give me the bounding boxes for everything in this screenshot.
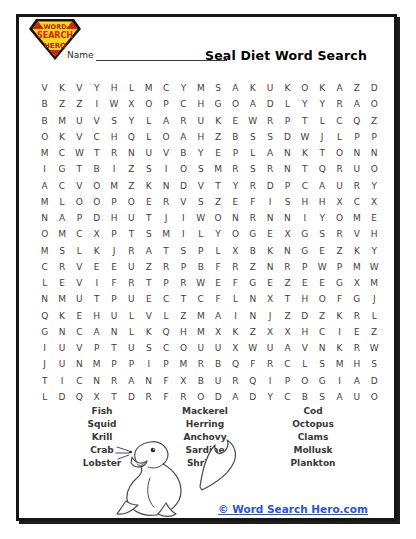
grid-cell: R: [175, 275, 192, 291]
grid-cell: K: [331, 308, 348, 324]
grid-cell: I: [296, 210, 313, 226]
grid-cell: B: [88, 161, 105, 177]
grid-cell: Q: [71, 389, 88, 405]
grid-cell: H: [296, 291, 313, 307]
grid-cell: Z: [244, 324, 261, 340]
grid-cell: N: [261, 259, 278, 275]
grid-cell: L: [296, 356, 313, 372]
grid-cell: U: [53, 356, 70, 372]
grid-cell: B: [209, 356, 226, 372]
grid-cell: L: [36, 275, 53, 291]
grid-cell: B: [36, 96, 53, 112]
grid-cell: P: [279, 113, 296, 129]
grid-cell: R: [279, 259, 296, 275]
grid-cell: P: [192, 243, 209, 259]
grid-cell: U: [261, 340, 278, 356]
grid-cell: P: [105, 291, 122, 307]
grid-cell: F: [244, 194, 261, 210]
grid-cell: A: [244, 96, 261, 112]
grid-cell: J: [314, 129, 331, 145]
grid-cell: V: [71, 129, 88, 145]
grid-cell: F: [331, 291, 348, 307]
grid-cell: Z: [123, 161, 140, 177]
grid-cell: R: [261, 113, 278, 129]
grid-cell: Y: [227, 178, 244, 194]
grid-cell: K: [209, 113, 226, 129]
grid-cell: Z: [140, 259, 157, 275]
grid-cell: O: [209, 210, 226, 226]
grid-cell: Y: [209, 226, 226, 242]
grid-cell: O: [227, 96, 244, 112]
grid-cell: X: [279, 324, 296, 340]
grid-cell: M: [53, 226, 70, 242]
grid-cell: E: [140, 194, 157, 210]
grid-cell: S: [314, 356, 331, 372]
grid-cell: S: [244, 129, 261, 145]
grid-cell: C: [53, 178, 70, 194]
grid-cell: I: [331, 373, 348, 389]
grid-cell: Y: [366, 178, 383, 194]
seal-eye-glint: [153, 448, 155, 450]
grid-cell: Y: [314, 210, 331, 226]
grid-cell: D: [296, 308, 313, 324]
grid-cell: L: [140, 129, 157, 145]
grid-cell: Q: [348, 113, 365, 129]
grid-cell: N: [53, 324, 70, 340]
seal-whiskers: [116, 447, 129, 459]
grid-cell: C: [348, 194, 365, 210]
grid-cell: K: [279, 80, 296, 96]
grid-cell: W: [192, 210, 209, 226]
grid-cell: D: [261, 96, 278, 112]
puzzle-title: Seal Diet Word Search: [205, 48, 367, 63]
grid-cell: C: [71, 226, 88, 242]
grid-cell: R: [331, 161, 348, 177]
grid-cell: O: [88, 178, 105, 194]
grid-cell: I: [36, 340, 53, 356]
grid-cell: U: [71, 291, 88, 307]
grid-cell: U: [348, 161, 365, 177]
grid-cell: K: [53, 80, 70, 96]
grid-cell: L: [157, 308, 174, 324]
grid-cell: V: [140, 308, 157, 324]
grid-cell: L: [140, 113, 157, 129]
grid-cell: H: [296, 194, 313, 210]
grid-cell: X: [227, 243, 244, 259]
word-list-column-3: CodOctopusClamsMolluskPlankton: [258, 405, 368, 470]
grid-cell: R: [348, 308, 365, 324]
grid-cell: M: [157, 226, 174, 242]
grid-cell: V: [71, 275, 88, 291]
grid-cell: K: [140, 178, 157, 194]
grid-cell: E: [209, 145, 226, 161]
grid-cell: X: [175, 373, 192, 389]
grid-cell: W: [71, 145, 88, 161]
grid-cell: B: [296, 389, 313, 405]
grid-cell: L: [279, 96, 296, 112]
grid-cell: R: [348, 178, 365, 194]
grid-cell: P: [123, 356, 140, 372]
grid-cell: N: [36, 291, 53, 307]
grid-cell: G: [348, 291, 365, 307]
grid-cell: C: [157, 340, 174, 356]
grid-cell: K: [296, 145, 313, 161]
grid-cell: H: [348, 356, 365, 372]
grid-cell: R: [227, 259, 244, 275]
grid-cell: A: [88, 324, 105, 340]
name-label: Name: [67, 50, 94, 60]
grid-cell: H: [105, 129, 122, 145]
grid-cell: O: [366, 96, 383, 112]
grid-cell: X: [227, 340, 244, 356]
grid-cell: H: [105, 210, 122, 226]
grid-cell: G: [296, 243, 313, 259]
grid-cell: Z: [244, 259, 261, 275]
grid-cell: B: [227, 129, 244, 145]
grid-cell: M: [331, 356, 348, 372]
grid-cell: C: [279, 389, 296, 405]
grid-cell: O: [296, 80, 313, 96]
grid-cell: O: [71, 194, 88, 210]
grid-cell: R: [244, 210, 261, 226]
grid-cell: A: [53, 210, 70, 226]
grid-cell: M: [53, 113, 70, 129]
grid-cell: S: [105, 113, 122, 129]
grid-cell: N: [314, 340, 331, 356]
grid-cell: O: [36, 129, 53, 145]
grid-cell: N: [227, 210, 244, 226]
grid-cell: C: [175, 96, 192, 112]
grid-cell: U: [123, 210, 140, 226]
grid-cell: D: [366, 373, 383, 389]
grid-cell: Q: [244, 373, 261, 389]
grid-cell: J: [366, 291, 383, 307]
grid-cell: U: [209, 340, 226, 356]
grid-cell: N: [366, 145, 383, 161]
grid-cell: G: [314, 373, 331, 389]
grid-cell: L: [244, 145, 261, 161]
grid-cell: U: [123, 340, 140, 356]
grid-cell: H: [192, 129, 209, 145]
grid-cell: T: [88, 145, 105, 161]
grid-cell: C: [53, 145, 70, 161]
grid-cell: A: [348, 96, 365, 112]
grid-cell: A: [227, 80, 244, 96]
grid-cell: Y: [261, 389, 278, 405]
grid-cell: X: [348, 275, 365, 291]
grid-cell: D: [175, 178, 192, 194]
grid-cell: D: [279, 129, 296, 145]
grid-cell: Y: [366, 243, 383, 259]
grid-cell: Q: [36, 308, 53, 324]
grid-cell: U: [123, 291, 140, 307]
grid-cell: R: [331, 226, 348, 242]
grid-cell: N: [105, 324, 122, 340]
grid-cell: T: [296, 113, 313, 129]
grid-cell: R: [53, 259, 70, 275]
grid-cell: P: [71, 210, 88, 226]
grid-cell: Z: [366, 113, 383, 129]
grid-cell: A: [227, 389, 244, 405]
grid-cell: D: [88, 210, 105, 226]
grid-cell: J: [105, 243, 122, 259]
grid-cell: R: [192, 356, 209, 372]
footer-link[interactable]: © Word Search Hero.com: [218, 503, 368, 515]
grid-cell: D: [366, 80, 383, 96]
grid-cell: L: [53, 194, 70, 210]
grid-cell: L: [209, 243, 226, 259]
grid-cell: L: [123, 308, 140, 324]
grid-cell: M: [192, 308, 209, 324]
grid-cell: K: [227, 324, 244, 340]
grid-cell: H: [314, 194, 331, 210]
grid-cell: E: [140, 291, 157, 307]
logo-text-hero: HERO: [44, 42, 66, 50]
grid-cell: F: [209, 291, 226, 307]
grid-cell: T: [123, 226, 140, 242]
grid-cell: P: [366, 129, 383, 145]
grid-cell: C: [192, 291, 209, 307]
grid-cell: W: [244, 113, 261, 129]
grid-cell: S: [192, 194, 209, 210]
grid-cell: C: [157, 80, 174, 96]
grid-cell: C: [157, 291, 174, 307]
grid-cell: P: [279, 373, 296, 389]
grid-cell: O: [36, 226, 53, 242]
grid-cell: C: [314, 324, 331, 340]
grid-cell: Y: [88, 80, 105, 96]
grid-cell: U: [192, 340, 209, 356]
grid-cell: Y: [296, 96, 313, 112]
grid-cell: Z: [71, 96, 88, 112]
grid-cell: N: [88, 373, 105, 389]
grid-cell: E: [314, 275, 331, 291]
grid-cell: S: [175, 243, 192, 259]
word-list-item: Clams: [258, 431, 368, 444]
grid-cell: T: [296, 161, 313, 177]
grid-cell: O: [192, 389, 209, 405]
grid-cell: O: [157, 129, 174, 145]
word-list-item: Cod: [258, 405, 368, 418]
grid-cell: U: [209, 373, 226, 389]
grid-cell: T: [314, 145, 331, 161]
grid-cell: D: [123, 389, 140, 405]
grid-cell: M: [105, 178, 122, 194]
grid-cell: P: [157, 275, 174, 291]
grid-cell: G: [296, 226, 313, 242]
grid-cell: R: [105, 145, 122, 161]
grid-cell: M: [192, 80, 209, 96]
grid-cell: T: [88, 291, 105, 307]
grid-cell: F: [244, 356, 261, 372]
grid-cell: N: [140, 373, 157, 389]
grid-cell: X: [261, 291, 278, 307]
grid-cell: T: [105, 340, 122, 356]
grid-cell: W: [105, 96, 122, 112]
grid-cell: C: [71, 324, 88, 340]
grid-cell: R: [261, 161, 278, 177]
grid-cell: C: [88, 129, 105, 145]
grid-cell: E: [53, 275, 70, 291]
grid-cell: Q: [314, 161, 331, 177]
grid-cell: X: [366, 194, 383, 210]
worksheet-page: { "game": "word-search", "title": "Seal …: [0, 0, 416, 539]
grid-cell: V: [71, 178, 88, 194]
grid-cell: X: [88, 389, 105, 405]
grid-cell: N: [348, 145, 365, 161]
grid-cell: F: [209, 259, 226, 275]
grid-cell: H: [105, 80, 122, 96]
grid-cell: I: [227, 308, 244, 324]
grid-cell: I: [175, 210, 192, 226]
grid-cell: N: [36, 210, 53, 226]
grid-cell: I: [88, 96, 105, 112]
grid-cell: U: [123, 259, 140, 275]
grid-cell: C: [279, 356, 296, 372]
grid-cell: L: [71, 243, 88, 259]
grid-cell: D: [53, 389, 70, 405]
grid-cell: M: [36, 145, 53, 161]
grid-cell: G: [244, 275, 261, 291]
grid-cell: X: [279, 226, 296, 242]
grid-cell: Z: [279, 275, 296, 291]
grid-cell: C: [71, 373, 88, 389]
grid-cell: E: [261, 275, 278, 291]
grid-cell: T: [140, 210, 157, 226]
grid-cell: R: [123, 275, 140, 291]
grid-cell: P: [157, 96, 174, 112]
grid-cell: O: [314, 291, 331, 307]
grid-cell: R: [244, 178, 261, 194]
grid-cell: W: [244, 340, 261, 356]
grid-cell: C: [331, 113, 348, 129]
grid-cell: K: [53, 129, 70, 145]
grid-cell: Y: [175, 80, 192, 96]
grid-cell: W: [366, 259, 383, 275]
grid-cell: M: [348, 259, 365, 275]
grid-cell: S: [244, 161, 261, 177]
grid-cell: B: [36, 113, 53, 129]
grid-cell: O: [140, 96, 157, 112]
grid-cell: V: [192, 178, 209, 194]
word-list-item: Plankton: [258, 457, 368, 470]
grid-cell: H: [88, 308, 105, 324]
grid-cell: S: [140, 226, 157, 242]
grid-cell: Z: [348, 80, 365, 96]
grid-cell: Q: [227, 356, 244, 372]
grid-cell: O: [175, 340, 192, 356]
grid-cell: N: [71, 356, 88, 372]
grid-cell: S: [140, 161, 157, 177]
grid-cell: O: [296, 373, 313, 389]
grid-cell: O: [123, 194, 140, 210]
grid-cell: R: [157, 259, 174, 275]
grid-cell: K: [244, 80, 261, 96]
grid-cell: M: [175, 356, 192, 372]
grid-cell: P: [348, 129, 365, 145]
grid-cell: O: [366, 161, 383, 177]
grid-cell: P: [105, 356, 122, 372]
grid-cell: D: [261, 178, 278, 194]
grid-cell: K: [88, 243, 105, 259]
grid-cell: S: [261, 129, 278, 145]
grid-cell: P: [157, 356, 174, 372]
grid-cell: W: [296, 129, 313, 145]
grid-cell: U: [261, 80, 278, 96]
grid-cell: A: [123, 373, 140, 389]
grid-cell: Z: [331, 243, 348, 259]
grid-cell: V: [88, 113, 105, 129]
grid-cell: Z: [175, 308, 192, 324]
grid-cell: J: [157, 210, 174, 226]
grid-cell: H: [366, 226, 383, 242]
grid-cell: S: [279, 194, 296, 210]
grid-cell: Z: [123, 178, 140, 194]
grid-cell: W: [192, 275, 209, 291]
grid-cell: G: [331, 275, 348, 291]
grid-cell: K: [140, 324, 157, 340]
word-list-item: Squid: [47, 418, 157, 431]
grid-cell: V: [157, 145, 174, 161]
grid-cell: Z: [366, 324, 383, 340]
grid-cell: G: [53, 161, 70, 177]
word-list-item: Fish: [47, 405, 157, 418]
grid-cell: U: [140, 145, 157, 161]
grid-cell: N: [123, 145, 140, 161]
grid-cell: I: [261, 373, 278, 389]
grid-cell: M: [140, 80, 157, 96]
grid-cell: J: [261, 308, 278, 324]
grid-cell: Q: [123, 129, 140, 145]
grid-cell: G: [36, 324, 53, 340]
grid-cell: E: [227, 194, 244, 210]
grid-cell: B: [175, 145, 192, 161]
grid-cell: N: [261, 210, 278, 226]
grid-cell: M: [36, 243, 53, 259]
grid-cell: U: [105, 308, 122, 324]
grid-cell: Z: [314, 308, 331, 324]
grid-cell: P: [331, 259, 348, 275]
grid-cell: A: [140, 243, 157, 259]
grid-cell: R: [227, 373, 244, 389]
grid-cell: N: [157, 178, 174, 194]
logo-text-search: SEARCH: [37, 31, 73, 40]
grid-cell: T: [279, 291, 296, 307]
grid-cell: U: [348, 389, 365, 405]
grid-cell: Z: [209, 194, 226, 210]
worksheet-frame: WORD SEARCH HERO Name Seal Diet Word Sea…: [16, 14, 397, 521]
grid-cell: T: [209, 178, 226, 194]
grid-cell: D: [244, 389, 261, 405]
grid-cell: E: [348, 324, 365, 340]
grid-cell: S: [314, 226, 331, 242]
seal-tail-fluke: [200, 440, 235, 490]
grid-cell: N: [244, 308, 261, 324]
grid-cell: K: [331, 340, 348, 356]
grid-cell: M: [366, 275, 383, 291]
grid-cell: J: [36, 356, 53, 372]
seal-eye: [151, 448, 156, 453]
grid-cell: B: [192, 373, 209, 389]
grid-cell: A: [331, 80, 348, 96]
grid-cell: M: [192, 324, 209, 340]
grid-cell: M: [36, 194, 53, 210]
grid-cell: I: [175, 226, 192, 242]
grid-cell: E: [71, 308, 88, 324]
grid-cell: U: [331, 178, 348, 194]
grid-cell: F: [105, 275, 122, 291]
grid-cell: N: [279, 145, 296, 161]
